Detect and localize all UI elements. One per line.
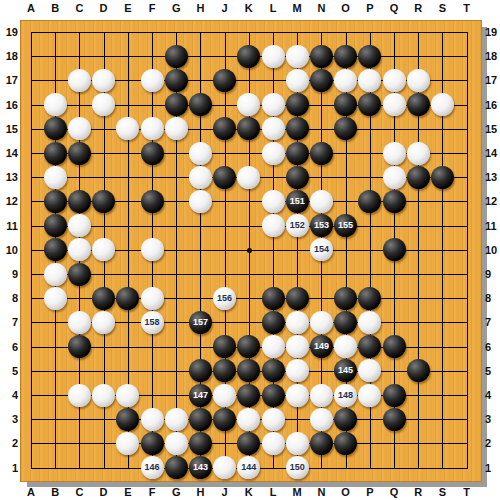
column-label-bottom-D: D <box>94 485 114 499</box>
white-stone-G3 <box>165 408 188 431</box>
move-number-label: 156 <box>217 293 232 303</box>
black-stone-O15 <box>334 117 357 140</box>
column-label-top-C: C <box>69 1 89 15</box>
white-stone-Q17 <box>383 69 406 92</box>
black-stone-O2 <box>334 432 357 455</box>
white-stone-O6 <box>334 335 357 358</box>
move-number-label: 155 <box>338 220 353 230</box>
white-stone-N4 <box>310 384 333 407</box>
white-stone-L14 <box>262 142 285 165</box>
row-label-left-9: 9 <box>0 267 18 281</box>
column-label-bottom-M: M <box>287 485 307 499</box>
black-stone-N17 <box>310 69 333 92</box>
white-stone-D16 <box>92 93 115 116</box>
black-stone-O16 <box>334 93 357 116</box>
black-stone-M12: 151 <box>286 190 309 213</box>
column-label-bottom-C: C <box>69 485 89 499</box>
row-label-right-10: 10 <box>485 243 500 257</box>
column-label-bottom-L: L <box>263 485 283 499</box>
column-label-top-Q: Q <box>384 1 404 15</box>
black-stone-J13 <box>213 166 236 189</box>
white-stone-N10: 154 <box>310 238 333 261</box>
white-stone-O17 <box>334 69 357 92</box>
row-label-left-15: 15 <box>0 122 18 136</box>
row-label-left-14: 14 <box>0 146 18 160</box>
white-stone-K3 <box>237 408 260 431</box>
white-stone-M4 <box>286 384 309 407</box>
black-stone-E8 <box>116 287 139 310</box>
go-board[interactable]: 1511521531551541561581571491451471481461… <box>21 21 481 481</box>
row-label-left-8: 8 <box>0 291 18 305</box>
white-stone-Q16 <box>383 93 406 116</box>
white-stone-M6 <box>286 335 309 358</box>
black-stone-O7 <box>334 311 357 334</box>
black-stone-E3 <box>116 408 139 431</box>
black-stone-F2 <box>141 432 164 455</box>
black-stone-Q10 <box>383 238 406 261</box>
white-stone-M11: 152 <box>286 214 309 237</box>
white-stone-N7 <box>310 311 333 334</box>
black-stone-D8 <box>92 287 115 310</box>
column-label-bottom-P: P <box>360 485 380 499</box>
move-number-label: 158 <box>144 317 159 327</box>
row-label-left-18: 18 <box>0 49 18 63</box>
white-stone-L12 <box>262 190 285 213</box>
white-stone-G2 <box>165 432 188 455</box>
black-stone-P8 <box>358 287 381 310</box>
white-stone-J4 <box>213 384 236 407</box>
black-stone-O11: 155 <box>334 214 357 237</box>
white-stone-N12 <box>310 190 333 213</box>
black-stone-H16 <box>189 93 212 116</box>
white-stone-J8: 156 <box>213 287 236 310</box>
column-label-bottom-H: H <box>190 485 210 499</box>
row-label-right-11: 11 <box>485 219 500 233</box>
black-stone-M8 <box>286 287 309 310</box>
move-number-label: 143 <box>193 462 208 472</box>
row-label-right-12: 12 <box>485 194 500 208</box>
column-label-top-K: K <box>239 1 259 15</box>
white-stone-J1 <box>213 456 236 479</box>
white-stone-C10 <box>68 238 91 261</box>
white-stone-P7 <box>358 311 381 334</box>
white-stone-R14 <box>407 142 430 165</box>
row-label-right-14: 14 <box>485 146 500 160</box>
white-stone-K16 <box>237 93 260 116</box>
white-stone-K13 <box>237 166 260 189</box>
move-number-label: 152 <box>290 220 305 230</box>
black-stone-F12 <box>141 190 164 213</box>
white-stone-F10 <box>141 238 164 261</box>
black-stone-J15 <box>213 117 236 140</box>
column-label-bottom-F: F <box>142 485 162 499</box>
column-label-top-H: H <box>190 1 210 15</box>
white-stone-D17 <box>92 69 115 92</box>
white-stone-C17 <box>68 69 91 92</box>
white-stone-F3 <box>141 408 164 431</box>
white-stone-L2 <box>262 432 285 455</box>
column-label-top-G: G <box>166 1 186 15</box>
black-stone-K6 <box>237 335 260 358</box>
move-number-label: 151 <box>290 196 305 206</box>
row-label-left-16: 16 <box>0 98 18 112</box>
row-label-left-19: 19 <box>0 25 18 39</box>
white-stone-L15 <box>262 117 285 140</box>
white-stone-G15 <box>165 117 188 140</box>
black-stone-C9 <box>68 263 91 286</box>
black-stone-N18 <box>310 45 333 68</box>
black-stone-B15 <box>44 117 67 140</box>
white-stone-N3 <box>310 408 333 431</box>
black-stone-J6 <box>213 335 236 358</box>
black-stone-Q6 <box>383 335 406 358</box>
black-stone-M15 <box>286 117 309 140</box>
white-stone-C11 <box>68 214 91 237</box>
row-label-right-9: 9 <box>485 267 500 281</box>
column-label-top-F: F <box>142 1 162 15</box>
go-game-screenshot: 1511521531551541561581571491451471481461… <box>0 0 500 500</box>
white-stone-M7 <box>286 311 309 334</box>
row-label-left-6: 6 <box>0 340 18 354</box>
white-stone-O4: 148 <box>334 384 357 407</box>
row-label-left-17: 17 <box>0 73 18 87</box>
white-stone-L11 <box>262 214 285 237</box>
column-label-bottom-J: J <box>215 485 235 499</box>
column-label-top-J: J <box>215 1 235 15</box>
column-label-bottom-K: K <box>239 485 259 499</box>
white-stone-B16 <box>44 93 67 116</box>
column-label-bottom-E: E <box>118 485 138 499</box>
black-stone-B14 <box>44 142 67 165</box>
column-label-bottom-B: B <box>45 485 65 499</box>
black-stone-P12 <box>358 190 381 213</box>
black-stone-P6 <box>358 335 381 358</box>
move-number-label: 145 <box>338 365 353 375</box>
white-stone-H14 <box>189 142 212 165</box>
black-stone-R13 <box>407 166 430 189</box>
column-label-top-A: A <box>21 1 41 15</box>
white-stone-P4 <box>358 384 381 407</box>
white-stone-M18 <box>286 45 309 68</box>
white-stone-M5 <box>286 359 309 382</box>
row-label-left-7: 7 <box>0 315 18 329</box>
white-stone-L18 <box>262 45 285 68</box>
white-stone-R17 <box>407 69 430 92</box>
black-stone-O3 <box>334 408 357 431</box>
black-stone-K4 <box>237 384 260 407</box>
white-stone-E15 <box>116 117 139 140</box>
white-stone-C4 <box>68 384 91 407</box>
column-label-top-B: B <box>45 1 65 15</box>
black-stone-S13 <box>431 166 454 189</box>
move-number-label: 144 <box>241 462 256 472</box>
white-stone-F1: 146 <box>141 456 164 479</box>
white-stone-D7 <box>92 311 115 334</box>
move-number-label: 146 <box>144 462 159 472</box>
column-label-bottom-G: G <box>166 485 186 499</box>
black-stone-J3 <box>213 408 236 431</box>
black-stone-H2 <box>189 432 212 455</box>
white-stone-F15 <box>141 117 164 140</box>
move-number-label: 150 <box>290 462 305 472</box>
row-label-left-10: 10 <box>0 243 18 257</box>
black-stone-H3 <box>189 408 212 431</box>
grid-line-horizontal <box>31 274 468 275</box>
black-stone-K18 <box>237 45 260 68</box>
white-stone-F7: 158 <box>141 311 164 334</box>
column-label-bottom-T: T <box>457 485 477 499</box>
black-stone-Q4 <box>383 384 406 407</box>
white-stone-P17 <box>358 69 381 92</box>
black-stone-L4 <box>262 384 285 407</box>
black-stone-J17 <box>213 69 236 92</box>
black-stone-P16 <box>358 93 381 116</box>
move-number-label: 157 <box>193 317 208 327</box>
white-stone-Q13 <box>383 166 406 189</box>
white-stone-B8 <box>44 287 67 310</box>
black-stone-G18 <box>165 45 188 68</box>
row-label-right-4: 4 <box>485 388 500 402</box>
black-stone-K5 <box>237 359 260 382</box>
black-stone-M14 <box>286 142 309 165</box>
black-stone-B11 <box>44 214 67 237</box>
row-label-right-19: 19 <box>485 25 500 39</box>
black-stone-R5 <box>407 359 430 382</box>
white-stone-D10 <box>92 238 115 261</box>
row-label-right-1: 1 <box>485 461 500 475</box>
black-stone-C6 <box>68 335 91 358</box>
black-stone-N2 <box>310 432 333 455</box>
column-label-bottom-A: A <box>21 485 41 499</box>
row-label-left-11: 11 <box>0 219 18 233</box>
column-label-bottom-R: R <box>408 485 428 499</box>
black-stone-G16 <box>165 93 188 116</box>
black-stone-O18 <box>334 45 357 68</box>
black-stone-J5 <box>213 359 236 382</box>
black-stone-N6: 149 <box>310 335 333 358</box>
black-stone-K2 <box>237 432 260 455</box>
row-label-right-15: 15 <box>485 122 500 136</box>
column-label-bottom-O: O <box>336 485 356 499</box>
row-label-right-5: 5 <box>485 364 500 378</box>
black-stone-H4: 147 <box>189 384 212 407</box>
move-number-label: 149 <box>314 341 329 351</box>
black-stone-Q12 <box>383 190 406 213</box>
white-stone-M2 <box>286 432 309 455</box>
white-stone-F17 <box>141 69 164 92</box>
black-stone-O8 <box>334 287 357 310</box>
row-label-right-18: 18 <box>485 49 500 63</box>
white-stone-M17 <box>286 69 309 92</box>
black-stone-L8 <box>262 287 285 310</box>
column-label-top-N: N <box>311 1 331 15</box>
star-point-K10 <box>247 248 252 253</box>
row-label-right-7: 7 <box>485 315 500 329</box>
column-label-top-D: D <box>94 1 114 15</box>
black-stone-C12 <box>68 190 91 213</box>
white-stone-S16 <box>431 93 454 116</box>
move-number-label: 147 <box>193 390 208 400</box>
row-label-left-2: 2 <box>0 436 18 450</box>
white-stone-D4 <box>92 384 115 407</box>
move-number-label: 153 <box>314 220 329 230</box>
black-stone-F14 <box>141 142 164 165</box>
black-stone-H5 <box>189 359 212 382</box>
column-label-top-R: R <box>408 1 428 15</box>
white-stone-B9 <box>44 263 67 286</box>
white-stone-Q14 <box>383 142 406 165</box>
column-label-bottom-S: S <box>432 485 452 499</box>
black-stone-K15 <box>237 117 260 140</box>
column-label-bottom-Q: Q <box>384 485 404 499</box>
white-stone-P5 <box>358 359 381 382</box>
column-label-top-S: S <box>432 1 452 15</box>
white-stone-L3 <box>262 408 285 431</box>
black-stone-C14 <box>68 142 91 165</box>
row-label-left-4: 4 <box>0 388 18 402</box>
row-label-left-3: 3 <box>0 412 18 426</box>
column-label-bottom-N: N <box>311 485 331 499</box>
grid-line-vertical <box>467 32 468 469</box>
move-number-label: 148 <box>338 390 353 400</box>
column-label-top-O: O <box>336 1 356 15</box>
white-stone-H12 <box>189 190 212 213</box>
row-label-right-3: 3 <box>485 412 500 426</box>
black-stone-M16 <box>286 93 309 116</box>
black-stone-G17 <box>165 69 188 92</box>
black-stone-H7: 157 <box>189 311 212 334</box>
column-label-top-E: E <box>118 1 138 15</box>
row-label-left-1: 1 <box>0 461 18 475</box>
black-stone-R16 <box>407 93 430 116</box>
white-stone-B13 <box>44 166 67 189</box>
row-label-left-13: 13 <box>0 170 18 184</box>
black-stone-L7 <box>262 311 285 334</box>
row-label-left-12: 12 <box>0 194 18 208</box>
row-label-right-16: 16 <box>485 98 500 112</box>
column-label-top-P: P <box>360 1 380 15</box>
black-stone-P18 <box>358 45 381 68</box>
white-stone-H13 <box>189 166 212 189</box>
row-label-right-2: 2 <box>485 436 500 450</box>
column-label-top-T: T <box>457 1 477 15</box>
column-label-top-L: L <box>263 1 283 15</box>
black-stone-G1 <box>165 456 188 479</box>
black-stone-O5: 145 <box>334 359 357 382</box>
black-stone-D12 <box>92 190 115 213</box>
black-stone-L5 <box>262 359 285 382</box>
white-stone-L6 <box>262 335 285 358</box>
white-stone-M1: 150 <box>286 456 309 479</box>
black-stone-N14 <box>310 142 333 165</box>
white-stone-C15 <box>68 117 91 140</box>
black-stone-M13 <box>286 166 309 189</box>
row-label-left-5: 5 <box>0 364 18 378</box>
row-label-right-8: 8 <box>485 291 500 305</box>
black-stone-B10 <box>44 238 67 261</box>
move-number-label: 154 <box>314 244 329 254</box>
black-stone-B12 <box>44 190 67 213</box>
white-stone-L16 <box>262 93 285 116</box>
white-stone-F8 <box>141 287 164 310</box>
black-stone-N11: 153 <box>310 214 333 237</box>
black-stone-H1: 143 <box>189 456 212 479</box>
column-label-top-M: M <box>287 1 307 15</box>
row-label-right-13: 13 <box>485 170 500 184</box>
white-stone-E2 <box>116 432 139 455</box>
row-label-right-6: 6 <box>485 340 500 354</box>
white-stone-E4 <box>116 384 139 407</box>
black-stone-Q3 <box>383 408 406 431</box>
row-label-right-17: 17 <box>485 73 500 87</box>
white-stone-C7 <box>68 311 91 334</box>
white-stone-K1: 144 <box>237 456 260 479</box>
